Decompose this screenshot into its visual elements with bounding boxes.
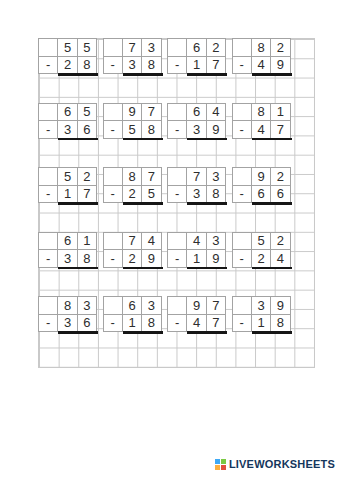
subtrahend-ones-cell: 6 <box>78 315 97 333</box>
logo-square <box>215 465 220 470</box>
subtrahend-ones-cell: 7 <box>271 121 290 139</box>
subtrahend-ones-cell: 5 <box>142 186 161 204</box>
subtrahend-ones-cell: 6 <box>78 121 97 139</box>
subtrahend-tens-cell: 3 <box>187 121 206 139</box>
answer-input[interactable] <box>187 333 226 352</box>
answer-input[interactable] <box>123 269 162 288</box>
minuend-ones-cell: 3 <box>142 39 161 57</box>
top-operator-cell <box>233 104 252 122</box>
minuend-tens-cell: 6 <box>58 104 77 122</box>
subtrahend-ones-cell: 8 <box>207 186 226 204</box>
subtrahend-tens-cell: 4 <box>252 121 271 139</box>
minus-cell: - <box>233 186 252 204</box>
subtrahend-tens-cell: 1 <box>252 315 271 333</box>
top-operator-cell <box>168 168 187 186</box>
minuend-tens-cell: 9 <box>123 104 142 122</box>
subtraction-problem: 43-19 <box>167 232 226 268</box>
subtrahend-ones-cell: 7 <box>207 57 226 75</box>
top-operator-cell <box>233 39 252 57</box>
minus-cell: - <box>233 250 252 268</box>
minuend-ones-cell: 2 <box>271 168 290 186</box>
subtraction-problem: 97-58 <box>103 103 162 139</box>
answer-input[interactable] <box>252 269 291 288</box>
subtrahend-ones-cell: 9 <box>142 250 161 268</box>
answer-input[interactable] <box>187 140 226 159</box>
top-operator-cell <box>104 39 123 57</box>
minuend-tens-cell: 7 <box>123 233 142 251</box>
answer-input[interactable] <box>58 140 97 159</box>
minus-cell: - <box>168 250 187 268</box>
subtrahend-ones-cell: 8 <box>142 315 161 333</box>
minuend-tens-cell: 5 <box>58 168 77 186</box>
minus-cell: - <box>168 315 187 333</box>
top-operator-cell <box>39 168 58 186</box>
minuend-tens-cell: 5 <box>252 233 271 251</box>
subtraction-problem: 87-25 <box>103 167 162 203</box>
subtrahend-ones-cell: 8 <box>271 315 290 333</box>
subtrahend-tens-cell: 5 <box>123 121 142 139</box>
minus-cell: - <box>39 121 58 139</box>
top-operator-cell <box>104 104 123 122</box>
subtrahend-tens-cell: 3 <box>123 57 142 75</box>
subtrahend-tens-cell: 2 <box>123 186 142 204</box>
answer-input[interactable] <box>58 75 97 94</box>
answer-input[interactable] <box>252 140 291 159</box>
minus-cell: - <box>233 315 252 333</box>
minus-cell: - <box>168 57 187 75</box>
answer-input[interactable] <box>58 269 97 288</box>
answer-input[interactable] <box>58 204 97 223</box>
answer-input[interactable] <box>58 333 97 352</box>
minuend-ones-cell: 5 <box>78 39 97 57</box>
minuend-tens-cell: 8 <box>58 297 77 315</box>
minus-cell: - <box>168 121 187 139</box>
subtrahend-tens-cell: 2 <box>252 250 271 268</box>
top-operator-cell <box>104 168 123 186</box>
top-operator-cell <box>233 297 252 315</box>
top-operator-cell <box>168 39 187 57</box>
subtrahend-tens-cell: 3 <box>58 121 77 139</box>
subtraction-problem: 61-38 <box>38 232 97 268</box>
minuend-ones-cell: 2 <box>78 168 97 186</box>
logo-square <box>221 459 226 464</box>
subtrahend-ones-cell: 8 <box>142 121 161 139</box>
subtrahend-tens-cell: 6 <box>252 186 271 204</box>
minuend-ones-cell: 1 <box>271 104 290 122</box>
answer-input[interactable] <box>252 75 291 94</box>
subtrahend-ones-cell: 8 <box>78 250 97 268</box>
minuend-tens-cell: 6 <box>58 233 77 251</box>
subtrahend-tens-cell: 4 <box>187 315 206 333</box>
minuend-ones-cell: 4 <box>207 104 226 122</box>
subtrahend-ones-cell: 7 <box>78 186 97 204</box>
top-operator-cell <box>39 233 58 251</box>
minuend-tens-cell: 4 <box>187 233 206 251</box>
subtrahend-tens-cell: 1 <box>123 315 142 333</box>
minuend-tens-cell: 5 <box>58 39 77 57</box>
subtraction-problem: 83-36 <box>38 296 97 332</box>
subtrahend-ones-cell: 6 <box>271 186 290 204</box>
minuend-ones-cell: 3 <box>78 297 97 315</box>
minuend-ones-cell: 2 <box>207 39 226 57</box>
minus-cell: - <box>39 186 58 204</box>
subtraction-problem: 64-39 <box>167 103 226 139</box>
minuend-tens-cell: 8 <box>123 168 142 186</box>
minus-cell: - <box>39 57 58 75</box>
worksheet-page: 55-2873-3862-1782-4965-3697-5864-3981-47… <box>0 0 340 480</box>
answer-input[interactable] <box>123 140 162 159</box>
minuend-ones-cell: 3 <box>207 168 226 186</box>
subtraction-problem: 52-17 <box>38 167 97 203</box>
answer-input[interactable] <box>252 333 291 352</box>
minus-cell: - <box>104 57 123 75</box>
minus-cell: - <box>104 250 123 268</box>
subtrahend-ones-cell: 7 <box>207 315 226 333</box>
minuend-ones-cell: 7 <box>142 168 161 186</box>
subtrahend-ones-cell: 9 <box>271 57 290 75</box>
minuend-ones-cell: 3 <box>207 233 226 251</box>
subtrahend-ones-cell: 8 <box>78 57 97 75</box>
subtraction-problem: 73-38 <box>103 38 162 74</box>
minus-cell: - <box>168 186 187 204</box>
minus-cell: - <box>39 250 58 268</box>
minuend-tens-cell: 9 <box>252 168 271 186</box>
top-operator-cell <box>39 297 58 315</box>
subtraction-problem: 92-66 <box>232 167 291 203</box>
top-operator-cell <box>39 39 58 57</box>
answer-input[interactable] <box>187 269 226 288</box>
subtraction-problem: 82-49 <box>232 38 291 74</box>
answer-input[interactable] <box>187 204 226 223</box>
minus-cell: - <box>233 121 252 139</box>
footer: LIVEWORKSHEETS <box>215 456 335 472</box>
top-operator-cell <box>233 233 252 251</box>
answer-input[interactable] <box>252 204 291 223</box>
subtrahend-ones-cell: 4 <box>271 250 290 268</box>
subtraction-problem: 39-18 <box>232 296 291 332</box>
subtrahend-tens-cell: 4 <box>252 57 271 75</box>
subtraction-problem: 63-18 <box>103 296 162 332</box>
minuend-tens-cell: 7 <box>187 168 206 186</box>
minus-cell: - <box>233 57 252 75</box>
minuend-ones-cell: 2 <box>271 39 290 57</box>
minuend-tens-cell: 9 <box>187 297 206 315</box>
minuend-ones-cell: 9 <box>271 297 290 315</box>
minuend-tens-cell: 6 <box>187 39 206 57</box>
subtrahend-tens-cell: 3 <box>187 186 206 204</box>
answer-input[interactable] <box>187 75 226 94</box>
subtraction-problem: 65-36 <box>38 103 97 139</box>
subtrahend-ones-cell: 9 <box>207 250 226 268</box>
minus-cell: - <box>104 315 123 333</box>
top-operator-cell <box>168 104 187 122</box>
minuend-tens-cell: 8 <box>252 104 271 122</box>
problems-layer: 55-2873-3862-1782-4965-3697-5864-3981-47… <box>0 0 340 480</box>
minus-cell: - <box>104 121 123 139</box>
subtraction-problem: 97-47 <box>167 296 226 332</box>
subtrahend-ones-cell: 8 <box>142 57 161 75</box>
minuend-ones-cell: 2 <box>271 233 290 251</box>
logo-square <box>221 465 226 470</box>
minuend-tens-cell: 7 <box>123 39 142 57</box>
subtrahend-tens-cell: 3 <box>58 250 77 268</box>
minuend-ones-cell: 7 <box>207 297 226 315</box>
answer-input[interactable] <box>123 333 162 352</box>
subtrahend-tens-cell: 2 <box>58 57 77 75</box>
subtraction-problem: 62-17 <box>167 38 226 74</box>
subtrahend-tens-cell: 1 <box>187 57 206 75</box>
minuend-ones-cell: 7 <box>142 104 161 122</box>
liveworksheets-logo-text: LIVEWORKSHEETS <box>229 458 335 470</box>
minus-cell: - <box>104 186 123 204</box>
minuend-ones-cell: 5 <box>78 104 97 122</box>
subtrahend-tens-cell: 2 <box>123 250 142 268</box>
top-operator-cell <box>168 297 187 315</box>
subtrahend-tens-cell: 1 <box>187 250 206 268</box>
subtrahend-tens-cell: 1 <box>58 186 77 204</box>
top-operator-cell <box>233 168 252 186</box>
subtraction-problem: 81-47 <box>232 103 291 139</box>
minuend-ones-cell: 1 <box>78 233 97 251</box>
subtraction-problem: 55-28 <box>38 38 97 74</box>
subtrahend-ones-cell: 9 <box>207 121 226 139</box>
subtraction-problem: 74-29 <box>103 232 162 268</box>
minus-cell: - <box>39 315 58 333</box>
answer-input[interactable] <box>123 204 162 223</box>
subtraction-problem: 73-38 <box>167 167 226 203</box>
minuend-tens-cell: 6 <box>123 297 142 315</box>
minuend-tens-cell: 8 <box>252 39 271 57</box>
liveworksheets-logo-icon <box>215 459 226 470</box>
subtraction-problem: 52-24 <box>232 232 291 268</box>
minuend-tens-cell: 3 <box>252 297 271 315</box>
top-operator-cell <box>168 233 187 251</box>
logo-square <box>215 459 220 464</box>
subtrahend-tens-cell: 3 <box>58 315 77 333</box>
minuend-tens-cell: 6 <box>187 104 206 122</box>
answer-input[interactable] <box>123 75 162 94</box>
top-operator-cell <box>39 104 58 122</box>
top-operator-cell <box>104 297 123 315</box>
minuend-ones-cell: 4 <box>142 233 161 251</box>
top-operator-cell <box>104 233 123 251</box>
minuend-ones-cell: 3 <box>142 297 161 315</box>
